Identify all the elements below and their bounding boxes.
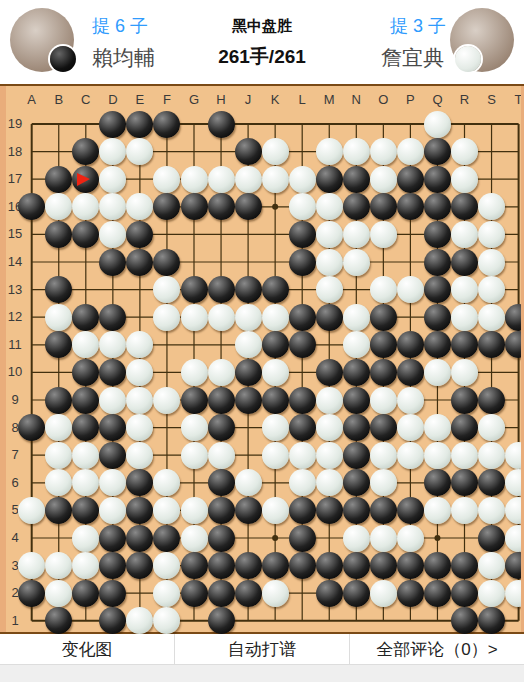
- black-stone-N9: [343, 387, 370, 414]
- white-stone-O2: [370, 580, 397, 607]
- black-stone-J18: [235, 138, 262, 165]
- white-stone-K7: [262, 442, 289, 469]
- black-stone-H16: [208, 193, 235, 220]
- white-stone-K5: [262, 497, 289, 524]
- white-stone-N12: [343, 304, 370, 331]
- white-stone-G8: [181, 414, 208, 441]
- black-stone-G13: [181, 276, 208, 303]
- black-stone-H6: [208, 469, 235, 496]
- row-label-17: 17: [2, 171, 28, 186]
- black-stone-T12: [505, 304, 524, 331]
- row-label-18: 18: [2, 144, 28, 159]
- black-stone-O3: [370, 552, 397, 579]
- black-stone-Q14: [424, 249, 451, 276]
- white-stone-O13: [370, 276, 397, 303]
- white-stone-R15: [451, 221, 478, 248]
- white-stone-S8: [478, 414, 505, 441]
- black-stone-P5: [397, 497, 424, 524]
- col-label-L: L: [292, 92, 312, 107]
- white-stone-O9: [370, 387, 397, 414]
- black-stone-S9: [478, 387, 505, 414]
- white-stone-T5: [505, 497, 524, 524]
- white-stone-J6: [235, 469, 262, 496]
- black-stone-M12: [316, 304, 343, 331]
- white-stone-K17: [262, 166, 289, 193]
- black-stone-D14: [99, 249, 126, 276]
- row-label-1: 1: [2, 613, 28, 628]
- go-app: 提 6 子 賴均輔 黑中盘胜 261手/261 提 3 子 詹宜典 ABCDEF…: [0, 0, 524, 682]
- black-stone-R9: [451, 387, 478, 414]
- row-label-13: 13: [2, 282, 28, 297]
- white-stone-B2: [45, 580, 72, 607]
- black-stone-M3: [316, 552, 343, 579]
- game-header: 提 6 子 賴均輔 黑中盘胜 261手/261 提 3 子 詹宜典: [0, 0, 524, 84]
- white-stone-A5: [18, 497, 45, 524]
- white-stone-S7: [478, 442, 505, 469]
- black-stone-H8: [208, 414, 235, 441]
- col-label-E: E: [130, 92, 150, 107]
- move-counter: 261手/261: [182, 44, 342, 70]
- black-stone-L14: [289, 249, 316, 276]
- black-stone-C9: [72, 387, 99, 414]
- white-stone-B12: [45, 304, 72, 331]
- white-stone-P18: [397, 138, 424, 165]
- black-stone-L15: [289, 221, 316, 248]
- white-stone-P8: [397, 414, 424, 441]
- white-stone-P9: [397, 387, 424, 414]
- black-stone-O5: [370, 497, 397, 524]
- col-label-M: M: [319, 92, 339, 107]
- black-stone-P17: [397, 166, 424, 193]
- black-stone-M5: [316, 497, 343, 524]
- white-stone-H7: [208, 442, 235, 469]
- all-comments-button[interactable]: 全部评论（0）>: [349, 634, 524, 664]
- row-label-15: 15: [2, 226, 28, 241]
- col-label-Q: Q: [427, 92, 447, 107]
- black-stone-B9: [45, 387, 72, 414]
- white-stone-G17: [181, 166, 208, 193]
- white-stone-T4: [505, 525, 524, 552]
- col-label-B: B: [49, 92, 69, 107]
- white-stone-K10: [262, 359, 289, 386]
- col-label-R: R: [455, 92, 475, 107]
- white-stone-J17: [235, 166, 262, 193]
- black-stone-R2: [451, 580, 478, 607]
- row-label-19: 19: [2, 116, 28, 131]
- variation-diagram-button[interactable]: 变化图: [0, 634, 174, 664]
- white-stone-G12: [181, 304, 208, 331]
- white-stone-G5: [181, 497, 208, 524]
- black-stone-E14: [126, 249, 153, 276]
- black-stone-P10: [397, 359, 424, 386]
- black-stone-E4: [126, 525, 153, 552]
- black-stone-H4: [208, 525, 235, 552]
- white-stone-L16: [289, 193, 316, 220]
- white-stone-O7: [370, 442, 397, 469]
- black-stone-N17: [343, 166, 370, 193]
- white-stone-J12: [235, 304, 262, 331]
- white-stone-Q5: [424, 497, 451, 524]
- white-stone-M8: [316, 414, 343, 441]
- white-stone-T2: [505, 580, 524, 607]
- white-stone-K12: [262, 304, 289, 331]
- black-stone-G16: [181, 193, 208, 220]
- black-stone-L11: [289, 331, 316, 358]
- white-stone-M13: [316, 276, 343, 303]
- col-label-N: N: [346, 92, 366, 107]
- white-stone-R5: [451, 497, 478, 524]
- black-stone-Q12: [424, 304, 451, 331]
- black-stone-L12: [289, 304, 316, 331]
- row-label-7: 7: [2, 447, 28, 462]
- black-stone-N16: [343, 193, 370, 220]
- white-stone-F12: [153, 304, 180, 331]
- black-stone-Q13: [424, 276, 451, 303]
- white-player-name: 詹宜典: [381, 44, 444, 72]
- white-stone-M18: [316, 138, 343, 165]
- white-stone-D9: [99, 387, 126, 414]
- black-stone-L4: [289, 525, 316, 552]
- black-stone-F19: [153, 111, 180, 138]
- white-stone-O17: [370, 166, 397, 193]
- black-stone-Q15: [424, 221, 451, 248]
- white-stone-M15: [316, 221, 343, 248]
- black-stone-G3: [181, 552, 208, 579]
- white-stone-Q8: [424, 414, 451, 441]
- black-stone-N10: [343, 359, 370, 386]
- black-stone-R8: [451, 414, 478, 441]
- white-stone-M6: [316, 469, 343, 496]
- white-stone-M9: [316, 387, 343, 414]
- auto-replay-button[interactable]: 自动打谱: [174, 634, 349, 664]
- black-stone-J16: [235, 193, 262, 220]
- black-stone-C5: [72, 497, 99, 524]
- row-label-10: 10: [2, 364, 28, 379]
- white-stone-C4: [72, 525, 99, 552]
- white-stone-S13: [478, 276, 505, 303]
- col-label-J: J: [238, 92, 258, 107]
- black-stone-M10: [316, 359, 343, 386]
- white-stone-L17: [289, 166, 316, 193]
- black-stone-J9: [235, 387, 262, 414]
- white-stone-M16: [316, 193, 343, 220]
- black-stone-H1: [208, 607, 235, 634]
- white-stone-Q7: [424, 442, 451, 469]
- black-stone-E19: [126, 111, 153, 138]
- black-stone-K3: [262, 552, 289, 579]
- white-stone-icon: [455, 46, 481, 72]
- bottom-strip: [0, 664, 524, 682]
- black-stone-J10: [235, 359, 262, 386]
- black-stone-J2: [235, 580, 262, 607]
- white-stone-R18: [451, 138, 478, 165]
- black-stone-J5: [235, 497, 262, 524]
- black-stone-K13: [262, 276, 289, 303]
- white-stone-Q10: [424, 359, 451, 386]
- white-stone-K8: [262, 414, 289, 441]
- black-stone-D4: [99, 525, 126, 552]
- white-stone-N14: [343, 249, 370, 276]
- white-stone-H10: [208, 359, 235, 386]
- white-stone-T7: [505, 442, 524, 469]
- white-stone-S2: [478, 580, 505, 607]
- white-stone-M7: [316, 442, 343, 469]
- col-label-P: P: [400, 92, 420, 107]
- white-stone-K2: [262, 580, 289, 607]
- black-stone-O16: [370, 193, 397, 220]
- black-stone-H3: [208, 552, 235, 579]
- black-stone-N5: [343, 497, 370, 524]
- last-move-marker: [77, 173, 90, 186]
- white-stone-E9: [126, 387, 153, 414]
- black-stone-D19: [99, 111, 126, 138]
- black-stone-L9: [289, 387, 316, 414]
- footer-bar: 变化图 自动打谱 全部评论（0）>: [0, 634, 524, 664]
- row-label-12: 12: [2, 309, 28, 324]
- black-stone-J13: [235, 276, 262, 303]
- black-stone-C15: [72, 221, 99, 248]
- black-stone-O12: [370, 304, 397, 331]
- white-stone-O4: [370, 525, 397, 552]
- white-stone-P4: [397, 525, 424, 552]
- col-label-F: F: [157, 92, 177, 107]
- black-stone-P3: [397, 552, 424, 579]
- black-stone-K9: [262, 387, 289, 414]
- black-stone-N7: [343, 442, 370, 469]
- black-stone-D7: [99, 442, 126, 469]
- white-stone-O6: [370, 469, 397, 496]
- white-stone-M14: [316, 249, 343, 276]
- col-label-H: H: [211, 92, 231, 107]
- white-stone-G7: [181, 442, 208, 469]
- black-stone-L8: [289, 414, 316, 441]
- white-stone-D17: [99, 166, 126, 193]
- white-stone-N11: [343, 331, 370, 358]
- black-stone-F4: [153, 525, 180, 552]
- black-stone-B17: [45, 166, 72, 193]
- white-stone-K18: [262, 138, 289, 165]
- white-stone-N4: [343, 525, 370, 552]
- black-stone-icon: [50, 46, 76, 72]
- black-stone-F14: [153, 249, 180, 276]
- col-label-A: A: [22, 92, 42, 107]
- col-label-C: C: [76, 92, 96, 107]
- white-stone-R13: [451, 276, 478, 303]
- black-stone-S4: [478, 525, 505, 552]
- black-stone-Q2: [424, 580, 451, 607]
- white-stone-P7: [397, 442, 424, 469]
- black-stone-L3: [289, 552, 316, 579]
- white-stone-L7: [289, 442, 316, 469]
- white-stone-C7: [72, 442, 99, 469]
- white-stone-S5: [478, 497, 505, 524]
- black-stone-D12: [99, 304, 126, 331]
- white-stone-S12: [478, 304, 505, 331]
- white-stone-H12: [208, 304, 235, 331]
- black-stone-J3: [235, 552, 262, 579]
- black-stone-O11: [370, 331, 397, 358]
- black-stone-H2: [208, 580, 235, 607]
- black-stone-A2: [18, 580, 45, 607]
- row-label-6: 6: [2, 475, 28, 490]
- row-label-9: 9: [2, 392, 28, 407]
- black-stone-K11: [262, 331, 289, 358]
- white-stone-G10: [181, 359, 208, 386]
- black-stone-C10: [72, 359, 99, 386]
- black-stone-O8: [370, 414, 397, 441]
- white-stone-H17: [208, 166, 235, 193]
- black-stone-B5: [45, 497, 72, 524]
- black-stone-H9: [208, 387, 235, 414]
- black-stone-N3: [343, 552, 370, 579]
- black-stone-P16: [397, 193, 424, 220]
- white-stone-Q19: [424, 111, 451, 138]
- row-label-4: 4: [2, 530, 28, 545]
- white-stone-S15: [478, 221, 505, 248]
- white-stone-F17: [153, 166, 180, 193]
- black-stone-C2: [72, 580, 99, 607]
- black-stone-R14: [451, 249, 478, 276]
- black-stone-B15: [45, 221, 72, 248]
- white-stone-R17: [451, 166, 478, 193]
- white-stone-F2: [153, 580, 180, 607]
- black-stone-N6: [343, 469, 370, 496]
- black-stone-Q17: [424, 166, 451, 193]
- white-stone-J11: [235, 331, 262, 358]
- black-player-name: 賴均輔: [92, 44, 155, 72]
- white-stone-O15: [370, 221, 397, 248]
- black-stone-P2: [397, 580, 424, 607]
- col-label-S: S: [482, 92, 502, 107]
- white-captures-label: 提 3 子: [390, 14, 446, 38]
- black-captures-label: 提 6 子: [92, 14, 148, 38]
- black-stone-D2: [99, 580, 126, 607]
- white-stone-P13: [397, 276, 424, 303]
- col-label-D: D: [103, 92, 123, 107]
- black-stone-G9: [181, 387, 208, 414]
- white-stone-R12: [451, 304, 478, 331]
- row-label-14: 14: [2, 254, 28, 269]
- white-stone-S14: [478, 249, 505, 276]
- black-stone-H13: [208, 276, 235, 303]
- white-stone-L6: [289, 469, 316, 496]
- black-stone-C12: [72, 304, 99, 331]
- col-label-O: O: [373, 92, 393, 107]
- row-label-11: 11: [2, 337, 28, 352]
- col-label-T: T: [509, 92, 524, 107]
- black-stone-M2: [316, 580, 343, 607]
- black-stone-G2: [181, 580, 208, 607]
- black-stone-L5: [289, 497, 316, 524]
- go-board[interactable]: ABCDEFGHJKLMNOPQRST191817161514131211109…: [0, 84, 524, 634]
- black-stone-H5: [208, 497, 235, 524]
- black-stone-Q18: [424, 138, 451, 165]
- game-result: 黑中盘胜: [182, 17, 342, 36]
- white-stone-E7: [126, 442, 153, 469]
- white-stone-R10: [451, 359, 478, 386]
- col-label-G: G: [184, 92, 204, 107]
- col-label-K: K: [265, 92, 285, 107]
- black-stone-N8: [343, 414, 370, 441]
- white-stone-G4: [181, 525, 208, 552]
- black-stone-Q3: [424, 552, 451, 579]
- black-stone-N2: [343, 580, 370, 607]
- white-stone-R7: [451, 442, 478, 469]
- white-stone-N18: [343, 138, 370, 165]
- white-stone-B7: [45, 442, 72, 469]
- black-stone-H19: [208, 111, 235, 138]
- game-info: 黑中盘胜 261手/261: [182, 0, 342, 84]
- black-stone-P11: [397, 331, 424, 358]
- black-stone-O10: [370, 359, 397, 386]
- white-stone-N15: [343, 221, 370, 248]
- white-stone-S3: [478, 552, 505, 579]
- black-stone-R3: [451, 552, 478, 579]
- black-stone-M17: [316, 166, 343, 193]
- white-stone-O18: [370, 138, 397, 165]
- white-stone-F9: [153, 387, 180, 414]
